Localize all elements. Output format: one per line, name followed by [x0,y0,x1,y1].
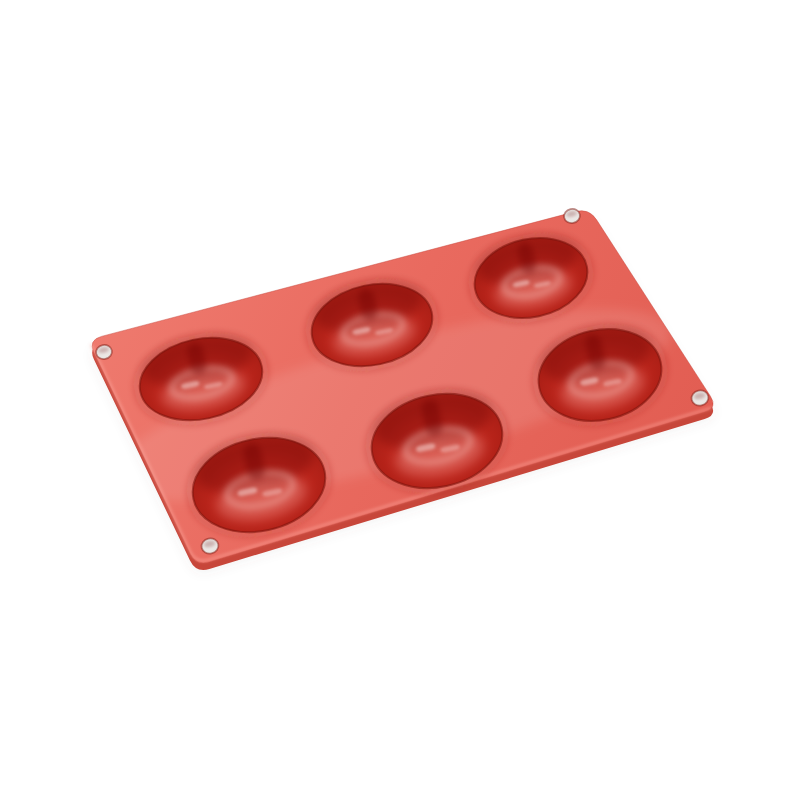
product-photo-stage [0,0,800,800]
silicone-mold-photo [0,0,800,800]
